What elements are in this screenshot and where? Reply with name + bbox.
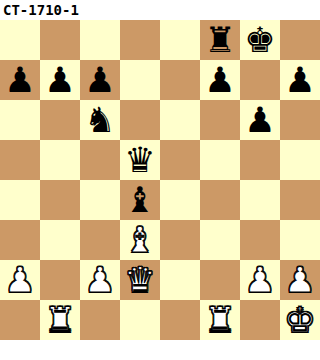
white-pawn[interactable]: ♟ — [284, 260, 315, 300]
square-e1[interactable] — [160, 300, 200, 340]
white-pawn[interactable]: ♟ — [4, 260, 35, 300]
square-d6[interactable] — [120, 100, 160, 140]
square-e7[interactable] — [160, 60, 200, 100]
black-queen[interactable]: ♛ — [124, 140, 155, 180]
bottom-margin — [0, 340, 320, 360]
square-e8[interactable] — [160, 20, 200, 60]
square-e4[interactable] — [160, 180, 200, 220]
square-a6[interactable] — [0, 100, 40, 140]
black-pawn[interactable]: ♟ — [244, 100, 275, 140]
square-f5[interactable] — [200, 140, 240, 180]
square-a8[interactable] — [0, 20, 40, 60]
square-h7[interactable]: ♟ — [280, 60, 320, 100]
black-rook[interactable]: ♜ — [204, 20, 235, 60]
white-rook[interactable]: ♜ — [44, 300, 75, 340]
black-pawn[interactable]: ♟ — [44, 60, 75, 100]
square-h2[interactable]: ♟ — [280, 260, 320, 300]
square-c1[interactable] — [80, 300, 120, 340]
square-h5[interactable] — [280, 140, 320, 180]
square-b3[interactable] — [40, 220, 80, 260]
square-b5[interactable] — [40, 140, 80, 180]
square-c4[interactable] — [80, 180, 120, 220]
square-f7[interactable]: ♟ — [200, 60, 240, 100]
square-h4[interactable] — [280, 180, 320, 220]
square-e3[interactable] — [160, 220, 200, 260]
chess-board: ♜♚♟♟♟♟♟♞♟♛♝♝♟♟♛♟♟♜♜♚ — [0, 20, 320, 340]
square-g3[interactable] — [240, 220, 280, 260]
square-c2[interactable]: ♟ — [80, 260, 120, 300]
black-king[interactable]: ♚ — [244, 20, 275, 60]
square-a7[interactable]: ♟ — [0, 60, 40, 100]
white-rook[interactable]: ♜ — [204, 300, 235, 340]
square-c3[interactable] — [80, 220, 120, 260]
square-c7[interactable]: ♟ — [80, 60, 120, 100]
square-a2[interactable]: ♟ — [0, 260, 40, 300]
square-f4[interactable] — [200, 180, 240, 220]
square-g1[interactable] — [240, 300, 280, 340]
white-pawn[interactable]: ♟ — [244, 260, 275, 300]
black-knight[interactable]: ♞ — [84, 100, 115, 140]
white-bishop[interactable]: ♝ — [124, 220, 155, 260]
square-h3[interactable] — [280, 220, 320, 260]
white-queen[interactable]: ♛ — [124, 260, 155, 300]
square-a4[interactable] — [0, 180, 40, 220]
black-pawn[interactable]: ♟ — [204, 60, 235, 100]
square-b4[interactable] — [40, 180, 80, 220]
square-f2[interactable] — [200, 260, 240, 300]
square-f6[interactable] — [200, 100, 240, 140]
square-d4[interactable]: ♝ — [120, 180, 160, 220]
square-g4[interactable] — [240, 180, 280, 220]
black-pawn[interactable]: ♟ — [84, 60, 115, 100]
square-a3[interactable] — [0, 220, 40, 260]
square-d5[interactable]: ♛ — [120, 140, 160, 180]
square-b7[interactable]: ♟ — [40, 60, 80, 100]
square-e2[interactable] — [160, 260, 200, 300]
square-g6[interactable]: ♟ — [240, 100, 280, 140]
square-h8[interactable] — [280, 20, 320, 60]
square-f1[interactable]: ♜ — [200, 300, 240, 340]
square-a1[interactable] — [0, 300, 40, 340]
square-d1[interactable] — [120, 300, 160, 340]
chess-app-window: CT-1710-1 ♜♚♟♟♟♟♟♞♟♛♝♝♟♟♛♟♟♜♜♚ — [0, 0, 320, 360]
square-c5[interactable] — [80, 140, 120, 180]
black-bishop[interactable]: ♝ — [124, 180, 155, 220]
square-g2[interactable]: ♟ — [240, 260, 280, 300]
black-pawn[interactable]: ♟ — [4, 60, 35, 100]
white-king[interactable]: ♚ — [284, 300, 315, 340]
square-e5[interactable] — [160, 140, 200, 180]
square-c8[interactable] — [80, 20, 120, 60]
square-b8[interactable] — [40, 20, 80, 60]
square-h1[interactable]: ♚ — [280, 300, 320, 340]
white-pawn[interactable]: ♟ — [84, 260, 115, 300]
square-g7[interactable] — [240, 60, 280, 100]
diagram-title: CT-1710-1 — [0, 0, 79, 20]
square-b6[interactable] — [40, 100, 80, 140]
square-d2[interactable]: ♛ — [120, 260, 160, 300]
square-b2[interactable] — [40, 260, 80, 300]
square-b1[interactable]: ♜ — [40, 300, 80, 340]
square-f3[interactable] — [200, 220, 240, 260]
black-pawn[interactable]: ♟ — [284, 60, 315, 100]
square-g5[interactable] — [240, 140, 280, 180]
square-c6[interactable]: ♞ — [80, 100, 120, 140]
square-h6[interactable] — [280, 100, 320, 140]
square-e6[interactable] — [160, 100, 200, 140]
square-g8[interactable]: ♚ — [240, 20, 280, 60]
square-d8[interactable] — [120, 20, 160, 60]
square-f8[interactable]: ♜ — [200, 20, 240, 60]
square-d7[interactable] — [120, 60, 160, 100]
square-d3[interactable]: ♝ — [120, 220, 160, 260]
square-a5[interactable] — [0, 140, 40, 180]
titlebar: CT-1710-1 — [0, 0, 320, 20]
